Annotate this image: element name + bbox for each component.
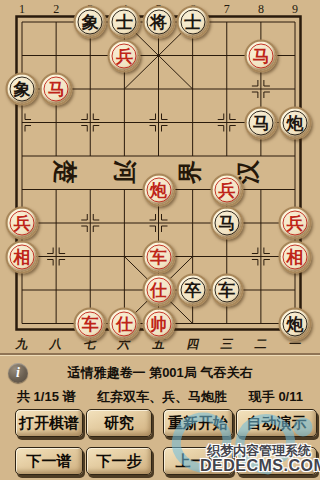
xiangqi-board: 123456789 九八七六五四三二一 楚 河 界 汉 象士将士兵马象马马炮炮兵… [0,0,320,354]
study-button[interactable]: 研究 [86,409,152,437]
app-screen: 123456789 九八七六五四三二一 楚 河 界 汉 象士将士兵马象马马炮炮兵… [0,0,320,480]
piece-black-elephant[interactable]: 象 [6,73,39,106]
piece-red-advisor[interactable]: 仕 [108,307,141,340]
next-move-button[interactable]: 下一步 [86,447,152,475]
piece-black-chariot[interactable]: 车 [210,274,243,307]
piece-red-soldier[interactable]: 兵 [6,207,39,240]
button-panel: 打开棋谱 研究 重新开始 自动演示 下一谱 下一步 上一步 [0,402,320,480]
puzzle-title: 适情雅趣卷一 第001局 气吞关右 [0,355,320,382]
piece-black-horse[interactable]: 马 [210,207,243,240]
info-icon[interactable]: i [8,363,28,383]
piece-black-advisor[interactable]: 士 [176,6,209,39]
river-char-he: 河 [109,160,141,184]
open-record-button[interactable]: 打开棋谱 [15,409,83,437]
file-label-top-2: 2 [53,2,59,17]
restart-button[interactable]: 重新开始 [163,409,233,437]
piece-red-elephant[interactable]: 相 [6,240,39,273]
river-char-chu: 楚 [49,160,81,184]
file-label-top-9: 9 [292,2,298,17]
piece-black-horse[interactable]: 马 [244,106,277,139]
prev-move-button[interactable]: 上一步 [163,447,233,475]
piece-red-soldier[interactable]: 兵 [279,207,312,240]
piece-red-horse[interactable]: 马 [244,39,277,72]
auto-demo-button[interactable]: 自动演示 [236,409,317,437]
piece-black-cannon[interactable]: 炮 [279,307,312,340]
piece-red-cannon[interactable]: 炮 [142,173,175,206]
file-label-top-7: 7 [224,2,230,17]
next-record-button[interactable]: 下一谱 [15,447,83,475]
piece-red-general[interactable]: 帅 [142,307,175,340]
piece-black-general[interactable]: 将 [142,6,175,39]
piece-red-horse[interactable]: 马 [40,73,73,106]
piece-black-soldier[interactable]: 卒 [176,274,209,307]
piece-red-soldier[interactable]: 兵 [108,39,141,72]
piece-red-elephant[interactable]: 相 [279,240,312,273]
piece-black-elephant[interactable]: 象 [74,6,107,39]
river-char-jie: 界 [174,160,206,184]
piece-black-cannon[interactable]: 炮 [279,106,312,139]
file-label-top-1: 1 [19,2,25,17]
piece-red-chariot[interactable]: 车 [74,307,107,340]
info-panel: i 适情雅趣卷一 第001局 气吞关右 共 1/15 谱 红弃双车、兵、马炮胜 … [0,353,320,402]
file-label-top-8: 8 [258,2,264,17]
hidden-button[interactable] [236,447,317,475]
piece-red-chariot[interactable]: 车 [142,240,175,273]
piece-red-advisor[interactable]: 仕 [142,274,175,307]
piece-black-advisor[interactable]: 士 [108,6,141,39]
piece-red-soldier[interactable]: 兵 [210,173,243,206]
